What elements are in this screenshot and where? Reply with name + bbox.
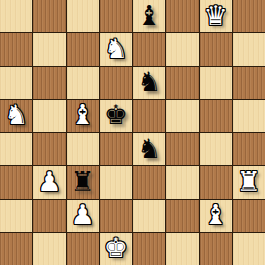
square-b6[interactable] (33, 67, 65, 99)
square-g1[interactable] (200, 233, 232, 265)
black-knight[interactable]: ♞ (137, 135, 161, 162)
square-a2[interactable] (0, 200, 32, 232)
square-d8[interactable] (100, 0, 132, 32)
white-pawn[interactable]: ♟ (37, 168, 61, 195)
square-e4[interactable]: ♞ (133, 133, 165, 165)
black-knight[interactable]: ♞ (137, 68, 161, 95)
square-e5[interactable] (133, 100, 165, 132)
square-d2[interactable] (100, 200, 132, 232)
square-h3[interactable]: ♜ (233, 166, 265, 198)
square-b8[interactable] (33, 0, 65, 32)
chess-board: ♝♛♞♞♞♝♚♞♟♜♜♟♝♚ (0, 0, 265, 265)
white-knight[interactable]: ♞ (4, 101, 28, 128)
square-f8[interactable] (166, 0, 198, 32)
white-knight[interactable]: ♞ (104, 35, 128, 62)
square-b4[interactable] (33, 133, 65, 165)
black-bishop[interactable]: ♝ (137, 2, 161, 29)
square-f5[interactable] (166, 100, 198, 132)
white-pawn[interactable]: ♟ (71, 201, 95, 228)
square-h8[interactable] (233, 0, 265, 32)
square-f3[interactable] (166, 166, 198, 198)
square-c3[interactable]: ♜ (67, 166, 99, 198)
white-queen[interactable]: ♛ (204, 2, 228, 29)
square-a6[interactable] (0, 67, 32, 99)
square-b1[interactable] (33, 233, 65, 265)
square-b7[interactable] (33, 33, 65, 65)
square-h7[interactable] (233, 33, 265, 65)
square-h4[interactable] (233, 133, 265, 165)
square-a7[interactable] (0, 33, 32, 65)
square-f1[interactable] (166, 233, 198, 265)
square-f7[interactable] (166, 33, 198, 65)
square-d7[interactable]: ♞ (100, 33, 132, 65)
square-e3[interactable] (133, 166, 165, 198)
square-f6[interactable] (166, 67, 198, 99)
square-g4[interactable] (200, 133, 232, 165)
square-a4[interactable] (0, 133, 32, 165)
square-d5[interactable]: ♚ (100, 100, 132, 132)
square-c1[interactable] (67, 233, 99, 265)
white-bishop[interactable]: ♝ (71, 101, 95, 128)
square-c6[interactable] (67, 67, 99, 99)
square-c8[interactable] (67, 0, 99, 32)
square-d4[interactable] (100, 133, 132, 165)
square-a5[interactable]: ♞ (0, 100, 32, 132)
black-king[interactable]: ♚ (104, 101, 128, 128)
square-e2[interactable] (133, 200, 165, 232)
square-d6[interactable] (100, 67, 132, 99)
square-b3[interactable]: ♟ (33, 166, 65, 198)
square-f4[interactable] (166, 133, 198, 165)
square-c5[interactable]: ♝ (67, 100, 99, 132)
square-e8[interactable]: ♝ (133, 0, 165, 32)
square-f2[interactable] (166, 200, 198, 232)
square-h2[interactable] (233, 200, 265, 232)
square-g6[interactable] (200, 67, 232, 99)
square-a3[interactable] (0, 166, 32, 198)
square-g7[interactable] (200, 33, 232, 65)
square-d1[interactable]: ♚ (100, 233, 132, 265)
square-e1[interactable] (133, 233, 165, 265)
square-a8[interactable] (0, 0, 32, 32)
square-c4[interactable] (67, 133, 99, 165)
white-rook[interactable]: ♜ (237, 168, 261, 195)
white-bishop[interactable]: ♝ (204, 201, 228, 228)
square-g8[interactable]: ♛ (200, 0, 232, 32)
square-a1[interactable] (0, 233, 32, 265)
square-b5[interactable] (33, 100, 65, 132)
square-e6[interactable]: ♞ (133, 67, 165, 99)
square-h1[interactable] (233, 233, 265, 265)
square-c7[interactable] (67, 33, 99, 65)
square-d3[interactable] (100, 166, 132, 198)
square-b2[interactable] (33, 200, 65, 232)
square-e7[interactable] (133, 33, 165, 65)
square-g2[interactable]: ♝ (200, 200, 232, 232)
white-king[interactable]: ♚ (104, 234, 128, 261)
black-rook[interactable]: ♜ (71, 168, 95, 195)
square-c2[interactable]: ♟ (67, 200, 99, 232)
square-h6[interactable] (233, 67, 265, 99)
square-g5[interactable] (200, 100, 232, 132)
square-g3[interactable] (200, 166, 232, 198)
square-h5[interactable] (233, 100, 265, 132)
